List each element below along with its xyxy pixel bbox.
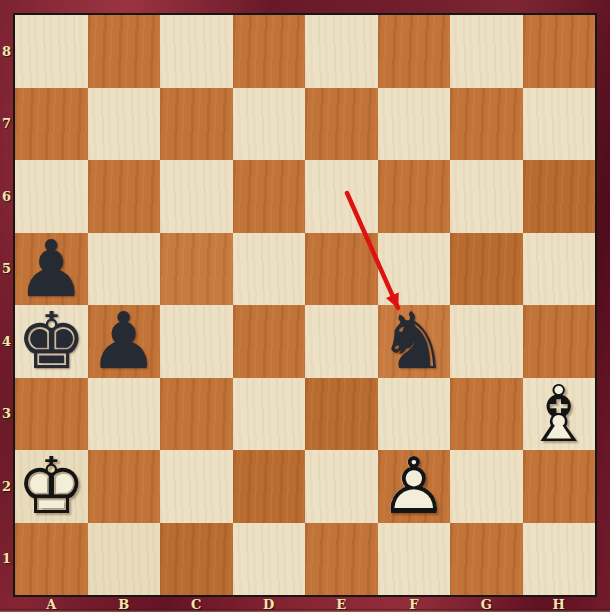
square-d1[interactable] [233, 523, 306, 596]
square-h3[interactable]: ♝♗ [523, 378, 596, 451]
rank-label-4: 4 [0, 305, 13, 378]
file-label-b: B [88, 596, 161, 612]
square-h8[interactable] [523, 15, 596, 88]
rank-label-7: 7 [0, 88, 13, 161]
piece-white-king-a2[interactable]: ♚♔ [15, 450, 88, 523]
square-g3[interactable] [450, 378, 523, 451]
square-g5[interactable] [450, 233, 523, 306]
board-frame: 87654321 ABCDEFGH ♟♚♟♞♝♗♚♔♟♙ [0, 0, 610, 612]
square-c4[interactable] [160, 305, 233, 378]
square-b1[interactable] [88, 523, 161, 596]
piece-white-pawn-f2[interactable]: ♟♙ [378, 450, 451, 523]
square-h7[interactable] [523, 88, 596, 161]
square-d2[interactable] [233, 450, 306, 523]
piece-glyph-outline: ♙ [378, 450, 451, 523]
rank-label-1: 1 [0, 523, 13, 596]
rank-label-5: 5 [0, 233, 13, 306]
piece-glyph-outline: ♗ [523, 378, 596, 451]
square-f5[interactable] [378, 233, 451, 306]
square-h2[interactable] [523, 450, 596, 523]
file-label-h: H [523, 596, 596, 612]
square-c7[interactable] [160, 88, 233, 161]
piece-white-bishop-h3[interactable]: ♝♗ [523, 378, 596, 451]
square-e5[interactable] [305, 233, 378, 306]
square-d4[interactable] [233, 305, 306, 378]
square-c1[interactable] [160, 523, 233, 596]
square-d5[interactable] [233, 233, 306, 306]
file-label-d: D [233, 596, 306, 612]
square-d6[interactable] [233, 160, 306, 233]
square-f8[interactable] [378, 15, 451, 88]
square-e8[interactable] [305, 15, 378, 88]
piece-black-king-a4[interactable]: ♚ [15, 305, 88, 378]
file-label-f: F [378, 596, 451, 612]
piece-black-pawn-b4[interactable]: ♟ [88, 305, 161, 378]
square-f6[interactable] [378, 160, 451, 233]
file-label-e: E [305, 596, 378, 612]
square-d3[interactable] [233, 378, 306, 451]
file-labels: ABCDEFGH [15, 596, 595, 612]
square-g7[interactable] [450, 88, 523, 161]
board-grid: ♟♚♟♞♝♗♚♔♟♙ [13, 13, 597, 597]
square-g2[interactable] [450, 450, 523, 523]
rank-label-8: 8 [0, 15, 13, 88]
square-a1[interactable] [15, 523, 88, 596]
square-f7[interactable] [378, 88, 451, 161]
square-b6[interactable] [88, 160, 161, 233]
piece-glyph-fill: ♟ [378, 450, 451, 523]
square-a5[interactable]: ♟ [15, 233, 88, 306]
piece-glyph-fill: ♚ [15, 305, 88, 378]
square-b8[interactable] [88, 15, 161, 88]
file-label-g: G [450, 596, 523, 612]
square-a4[interactable]: ♚ [15, 305, 88, 378]
square-c3[interactable] [160, 378, 233, 451]
square-a6[interactable] [15, 160, 88, 233]
square-b5[interactable] [88, 233, 161, 306]
piece-black-knight-f4[interactable]: ♞ [378, 305, 451, 378]
square-h6[interactable] [523, 160, 596, 233]
square-f2[interactable]: ♟♙ [378, 450, 451, 523]
square-c6[interactable] [160, 160, 233, 233]
square-b7[interactable] [88, 88, 161, 161]
square-e2[interactable] [305, 450, 378, 523]
square-e3[interactable] [305, 378, 378, 451]
square-h5[interactable] [523, 233, 596, 306]
square-f3[interactable] [378, 378, 451, 451]
file-label-a: A [15, 596, 88, 612]
square-a7[interactable] [15, 88, 88, 161]
square-h1[interactable] [523, 523, 596, 596]
piece-glyph-fill: ♟ [88, 305, 161, 378]
square-d7[interactable] [233, 88, 306, 161]
piece-glyph-fill: ♝ [523, 378, 596, 451]
square-f4[interactable]: ♞ [378, 305, 451, 378]
square-g4[interactable] [450, 305, 523, 378]
rank-label-6: 6 [0, 160, 13, 233]
square-e4[interactable] [305, 305, 378, 378]
piece-glyph-fill: ♚ [15, 450, 88, 523]
rank-labels: 87654321 [0, 15, 13, 595]
square-c2[interactable] [160, 450, 233, 523]
piece-glyph-fill: ♞ [378, 305, 451, 378]
square-a8[interactable] [15, 15, 88, 88]
square-b3[interactable] [88, 378, 161, 451]
square-b2[interactable] [88, 450, 161, 523]
square-e1[interactable] [305, 523, 378, 596]
square-c5[interactable] [160, 233, 233, 306]
piece-glyph-fill: ♟ [15, 233, 88, 306]
square-g6[interactable] [450, 160, 523, 233]
square-c8[interactable] [160, 15, 233, 88]
file-label-c: C [160, 596, 233, 612]
square-f1[interactable] [378, 523, 451, 596]
square-e6[interactable] [305, 160, 378, 233]
square-g1[interactable] [450, 523, 523, 596]
square-b4[interactable]: ♟ [88, 305, 161, 378]
square-g8[interactable] [450, 15, 523, 88]
piece-black-pawn-a5[interactable]: ♟ [15, 233, 88, 306]
square-a3[interactable] [15, 378, 88, 451]
piece-glyph-outline: ♔ [15, 450, 88, 523]
rank-label-2: 2 [0, 450, 13, 523]
square-h4[interactable] [523, 305, 596, 378]
square-a2[interactable]: ♚♔ [15, 450, 88, 523]
square-d8[interactable] [233, 15, 306, 88]
rank-label-3: 3 [0, 378, 13, 451]
square-e7[interactable] [305, 88, 378, 161]
